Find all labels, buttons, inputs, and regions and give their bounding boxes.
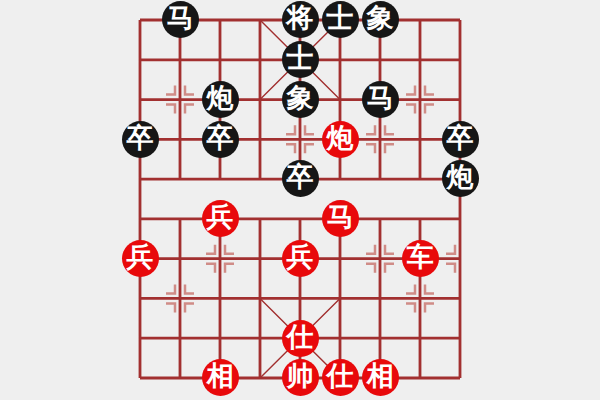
board-cell: 将	[280, 0, 320, 40]
piece-glyph: 卒	[287, 164, 314, 191]
xiangqi-app: 马将士象士炮象马卒卒炮卒卒炮兵马兵兵车仕相帅仕相	[0, 0, 600, 400]
piece-glyph: 兵	[287, 244, 314, 271]
red-cannon-piece[interactable]: 炮	[322, 121, 359, 158]
board-cell: 卒	[200, 119, 240, 159]
board-cell: 马	[360, 80, 400, 120]
piece-glyph: 马	[167, 5, 194, 32]
piece-glyph: 卒	[127, 125, 154, 152]
board-cell: 炮	[200, 80, 240, 120]
black-cannon-piece[interactable]: 炮	[442, 160, 479, 197]
piece-glyph: 兵	[127, 244, 154, 271]
piece-glyph: 相	[367, 363, 394, 390]
red-soldier-piece[interactable]: 兵	[202, 200, 239, 237]
piece-glyph: 车	[407, 244, 434, 271]
piece-glyph: 卒	[447, 125, 474, 152]
board-cell: 帅	[280, 358, 320, 398]
red-elephant-piece[interactable]: 相	[202, 359, 239, 396]
board-cell: 象	[360, 0, 400, 40]
black-elephant-piece[interactable]: 象	[362, 1, 399, 38]
piece-glyph: 马	[367, 85, 394, 112]
board-cell: 象	[280, 80, 320, 120]
black-horse-piece[interactable]: 马	[362, 81, 399, 118]
board-cell: 相	[200, 358, 240, 398]
piece-glyph: 兵	[207, 204, 234, 231]
black-horse-piece[interactable]: 马	[162, 1, 199, 38]
red-rook-piece[interactable]: 车	[402, 240, 439, 277]
black-elephant-piece[interactable]: 象	[282, 81, 319, 118]
black-soldier-piece[interactable]: 卒	[282, 160, 319, 197]
black-advisor-piece[interactable]: 士	[282, 41, 319, 78]
board-cell: 仕	[280, 318, 320, 358]
board-cell: 兵	[120, 239, 160, 279]
red-advisor-piece[interactable]: 仕	[282, 320, 319, 357]
black-cannon-piece[interactable]: 炮	[202, 81, 239, 118]
board-cell: 卒	[440, 119, 480, 159]
board-cell: 士	[280, 40, 320, 80]
black-general-piece[interactable]: 将	[282, 1, 319, 38]
red-advisor-piece[interactable]: 仕	[322, 359, 359, 396]
piece-glyph: 相	[207, 363, 234, 390]
black-soldier-piece[interactable]: 卒	[122, 121, 159, 158]
board-cell: 马	[160, 0, 200, 40]
piece-glyph: 马	[327, 204, 354, 231]
board-cell: 炮	[440, 159, 480, 199]
board-cell: 相	[360, 358, 400, 398]
board-cell: 车	[400, 239, 440, 279]
piece-glyph: 炮	[327, 125, 354, 152]
red-horse-piece[interactable]: 马	[322, 200, 359, 237]
pieces-layer: 马将士象士炮象马卒卒炮卒卒炮兵马兵兵车仕相帅仕相	[120, 0, 480, 398]
piece-glyph: 炮	[207, 85, 234, 112]
piece-glyph: 象	[367, 5, 394, 32]
piece-glyph: 仕	[327, 363, 354, 390]
red-general-piece[interactable]: 帅	[282, 359, 319, 396]
piece-glyph: 象	[287, 85, 314, 112]
board-cell: 炮	[320, 119, 360, 159]
piece-glyph: 仕	[287, 324, 314, 351]
piece-glyph: 士	[327, 5, 354, 32]
black-soldier-piece[interactable]: 卒	[442, 121, 479, 158]
board-cell: 卒	[120, 119, 160, 159]
piece-glyph: 帅	[287, 363, 314, 390]
black-soldier-piece[interactable]: 卒	[202, 121, 239, 158]
piece-glyph: 炮	[447, 164, 474, 191]
piece-glyph: 卒	[207, 125, 234, 152]
board-cell: 卒	[280, 159, 320, 199]
board-cell: 仕	[320, 358, 360, 398]
board-cell: 士	[320, 0, 360, 40]
red-elephant-piece[interactable]: 相	[362, 359, 399, 396]
red-soldier-piece[interactable]: 兵	[282, 240, 319, 277]
board-cell: 兵	[280, 239, 320, 279]
piece-glyph: 士	[287, 45, 314, 72]
black-advisor-piece[interactable]: 士	[322, 1, 359, 38]
board-cell: 兵	[200, 199, 240, 239]
red-soldier-piece[interactable]: 兵	[122, 240, 159, 277]
board-cell: 马	[320, 199, 360, 239]
piece-glyph: 将	[287, 5, 314, 32]
